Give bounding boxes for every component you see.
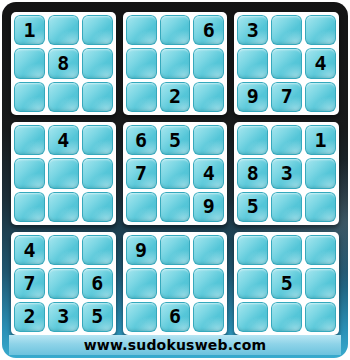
cell-r4c3[interactable] [82,125,113,155]
cell-r1c7[interactable]: 3 [237,15,268,45]
cell-r2c5[interactable] [160,48,191,78]
block-1-1: 18 [11,12,116,115]
cell-r9c8[interactable] [271,302,302,332]
cell-r5c4[interactable]: 7 [126,158,157,188]
cell-r3c9[interactable] [305,82,336,112]
cell-r9c9[interactable] [305,302,336,332]
cell-r9c1[interactable]: 2 [14,302,45,332]
cell-r7c3[interactable] [82,235,113,265]
cell-r6c4[interactable] [126,192,157,222]
given-digit: 6 [203,20,215,41]
given-digit: 2 [169,86,181,107]
cell-r2c8[interactable] [271,48,302,78]
cell-r6c1[interactable] [14,192,45,222]
cell-r3c2[interactable] [48,82,79,112]
block-3-2: 96 [123,232,228,335]
cell-r8c4[interactable] [126,268,157,298]
cell-r3c6[interactable] [193,82,224,112]
cell-r4c4[interactable]: 6 [126,125,157,155]
cell-r1c8[interactable] [271,15,302,45]
given-digit: 7 [23,273,35,294]
cell-r3c4[interactable] [126,82,157,112]
cell-r6c3[interactable] [82,192,113,222]
given-digit: 9 [135,240,147,261]
given-digit: 9 [203,196,215,217]
block-1-3: 3497 [234,12,339,115]
cell-r8c7[interactable] [237,268,268,298]
cell-r4c7[interactable] [237,125,268,155]
cell-r1c5[interactable] [160,15,191,45]
cell-r2c3[interactable] [82,48,113,78]
cell-r1c9[interactable] [305,15,336,45]
cell-r2c6[interactable] [193,48,224,78]
block-1-2: 62 [123,12,228,115]
cell-r3c7[interactable]: 9 [237,82,268,112]
given-digit: 4 [315,53,327,74]
cell-r4c2[interactable]: 4 [48,125,79,155]
cell-r2c2[interactable]: 8 [48,48,79,78]
cell-r7c2[interactable] [48,235,79,265]
site-url[interactable]: www.sudokusweb.com [84,337,267,353]
cell-r9c2[interactable]: 3 [48,302,79,332]
cell-r7c5[interactable] [160,235,191,265]
cell-r7c4[interactable]: 9 [126,235,157,265]
cell-r1c6[interactable]: 6 [193,15,224,45]
cell-r6c2[interactable] [48,192,79,222]
given-digit: 6 [135,130,147,151]
cell-r3c5[interactable]: 2 [160,82,191,112]
sudoku-widget: 186234974657491835476235965 www.sudokusw… [0,0,350,360]
cell-r9c5[interactable]: 6 [160,302,191,332]
cell-r8c9[interactable] [305,268,336,298]
cell-r6c6[interactable]: 9 [193,192,224,222]
cell-r5c6[interactable]: 4 [193,158,224,188]
block-3-3: 5 [234,232,339,335]
cell-r5c9[interactable] [305,158,336,188]
cell-r2c4[interactable] [126,48,157,78]
given-digit: 7 [281,86,293,107]
cell-r7c8[interactable] [271,235,302,265]
cell-r6c7[interactable]: 5 [237,192,268,222]
given-digit: 3 [57,306,69,327]
cell-r1c3[interactable] [82,15,113,45]
given-digit: 6 [91,273,103,294]
given-digit: 1 [23,20,35,41]
given-digit: 2 [23,306,35,327]
cell-r3c8[interactable]: 7 [271,82,302,112]
given-digit: 1 [315,130,327,151]
cell-r4c8[interactable] [271,125,302,155]
cell-r7c1[interactable]: 4 [14,235,45,265]
given-digit: 5 [281,273,293,294]
cell-r7c7[interactable] [237,235,268,265]
given-digit: 4 [203,163,215,184]
cell-r2c9[interactable]: 4 [305,48,336,78]
cell-r4c9[interactable]: 1 [305,125,336,155]
cell-r1c1[interactable]: 1 [14,15,45,45]
cell-r4c6[interactable] [193,125,224,155]
cell-r5c7[interactable]: 8 [237,158,268,188]
cell-r9c6[interactable] [193,302,224,332]
given-digit: 6 [169,306,181,327]
cell-r8c8[interactable]: 5 [271,268,302,298]
cell-r9c4[interactable] [126,302,157,332]
given-digit: 4 [23,240,35,261]
block-3-1: 476235 [11,232,116,335]
cell-r8c1[interactable]: 7 [14,268,45,298]
given-digit: 8 [247,163,259,184]
cell-r6c8[interactable] [271,192,302,222]
given-digit: 9 [247,86,259,107]
cell-r8c5[interactable] [160,268,191,298]
cell-r7c6[interactable] [193,235,224,265]
cell-r7c9[interactable] [305,235,336,265]
given-digit: 8 [57,53,69,74]
given-digit: 7 [135,163,147,184]
cell-r9c3[interactable]: 5 [82,302,113,332]
given-digit: 3 [281,163,293,184]
cell-r5c1[interactable] [14,158,45,188]
cell-r2c1[interactable] [14,48,45,78]
block-2-2: 65749 [123,122,228,225]
cell-r8c2[interactable] [48,268,79,298]
block-2-1: 4 [11,122,116,225]
sudoku-board: 186234974657491835476235965 [11,12,339,335]
cell-r6c5[interactable] [160,192,191,222]
footer-bar: www.sudokusweb.com [9,335,341,355]
given-digit: 3 [247,20,259,41]
board-frame: 186234974657491835476235965 www.sudokusw… [2,2,348,358]
cell-r8c6[interactable] [193,268,224,298]
cell-r4c5[interactable]: 5 [160,125,191,155]
cell-r5c5[interactable] [160,158,191,188]
cell-r2c7[interactable] [237,48,268,78]
cell-r5c3[interactable] [82,158,113,188]
cell-r5c2[interactable] [48,158,79,188]
cell-r8c3[interactable]: 6 [82,268,113,298]
cell-r3c1[interactable] [14,82,45,112]
cell-r9c7[interactable] [237,302,268,332]
given-digit: 4 [57,130,69,151]
cell-r5c8[interactable]: 3 [271,158,302,188]
cell-r4c1[interactable] [14,125,45,155]
cell-r1c2[interactable] [48,15,79,45]
cell-r6c9[interactable] [305,192,336,222]
given-digit: 5 [91,306,103,327]
given-digit: 5 [169,130,181,151]
block-2-3: 1835 [234,122,339,225]
cell-r3c3[interactable] [82,82,113,112]
given-digit: 5 [247,196,259,217]
cell-r1c4[interactable] [126,15,157,45]
